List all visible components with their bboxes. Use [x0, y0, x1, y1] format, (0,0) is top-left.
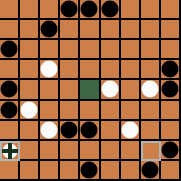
cell-r3-c2[interactable]	[40, 60, 60, 80]
black-stone	[41, 21, 58, 38]
cell-r2-c3[interactable]	[60, 40, 80, 60]
cell-r2-c5[interactable]	[101, 40, 121, 60]
black-stone	[161, 61, 178, 78]
white-stone	[41, 61, 58, 78]
cell-r6-c5[interactable]	[101, 121, 121, 141]
cell-r0-c7[interactable]	[141, 0, 161, 20]
cell-r5-c0[interactable]	[0, 101, 20, 121]
white-stone	[101, 81, 118, 98]
cell-r4-c1[interactable]	[20, 80, 40, 100]
cell-r1-c6[interactable]	[121, 20, 141, 40]
cell-r2-c4[interactable]	[80, 40, 100, 60]
cell-r1-c1[interactable]	[20, 20, 40, 40]
cell-r4-c7[interactable]	[141, 80, 161, 100]
cell-r2-c0[interactable]	[0, 40, 20, 60]
cell-r3-c1[interactable]	[20, 60, 40, 80]
cell-r8-c3[interactable]	[60, 161, 80, 181]
white-stone	[41, 121, 58, 138]
cell-r2-c6[interactable]	[121, 40, 141, 60]
cell-r1-c7[interactable]	[141, 20, 161, 40]
black-stone	[161, 81, 178, 98]
cell-r8-c7[interactable]	[141, 161, 161, 181]
cell-r8-c2[interactable]	[40, 161, 60, 181]
cell-r3-c0[interactable]	[0, 60, 20, 80]
white-stone	[121, 121, 138, 138]
cell-r5-c1[interactable]	[20, 101, 40, 121]
cell-r2-c2[interactable]	[40, 40, 60, 60]
black-stone	[81, 121, 98, 138]
cell-r5-c6[interactable]	[121, 101, 141, 121]
cell-r6-c4[interactable]	[80, 121, 100, 141]
cell-r7-c8[interactable]	[161, 141, 181, 161]
cell-r0-c0[interactable]	[0, 0, 20, 20]
cell-r5-c4[interactable]	[80, 101, 100, 121]
cell-r7-c0[interactable]	[0, 141, 20, 161]
cell-r2-c1[interactable]	[20, 40, 40, 60]
cell-r5-c7[interactable]	[141, 101, 161, 121]
white-stone	[141, 81, 158, 98]
highlighted-empty-cell-r7-c7[interactable]	[141, 141, 161, 161]
cell-r5-c8[interactable]	[161, 101, 181, 121]
white-stone	[21, 101, 38, 118]
cell-r0-c1[interactable]	[20, 0, 40, 20]
cell-r3-c3[interactable]	[60, 60, 80, 80]
cell-r6-c2[interactable]	[40, 121, 60, 141]
cell-r8-c5[interactable]	[101, 161, 121, 181]
cell-r4-c0[interactable]	[0, 80, 20, 100]
black-stone	[1, 81, 18, 98]
cell-r6-c7[interactable]	[141, 121, 161, 141]
black-stone	[61, 121, 78, 138]
cell-r8-c4[interactable]	[80, 161, 100, 181]
cell-r3-c4[interactable]	[80, 60, 100, 80]
cell-r8-c8[interactable]	[161, 161, 181, 181]
cross-icon	[8, 143, 12, 159]
cell-r0-c5[interactable]	[101, 0, 121, 20]
black-stone	[141, 161, 158, 178]
cell-r0-c3[interactable]	[60, 0, 80, 20]
green-cell-r4-c4[interactable]	[80, 80, 100, 100]
game-board	[0, 0, 181, 181]
cell-r4-c2[interactable]	[40, 80, 60, 100]
cell-r6-c3[interactable]	[60, 121, 80, 141]
cell-r6-c8[interactable]	[161, 121, 181, 141]
cell-r6-c1[interactable]	[20, 121, 40, 141]
cell-r6-c0[interactable]	[0, 121, 20, 141]
cell-r3-c8[interactable]	[161, 60, 181, 80]
cell-r7-c3[interactable]	[60, 141, 80, 161]
cell-r5-c3[interactable]	[60, 101, 80, 121]
cell-r2-c7[interactable]	[141, 40, 161, 60]
cell-r4-c6[interactable]	[121, 80, 141, 100]
cell-r1-c3[interactable]	[60, 20, 80, 40]
cell-r0-c2[interactable]	[40, 0, 60, 20]
cell-r0-c6[interactable]	[121, 0, 141, 20]
black-stone	[161, 141, 178, 158]
black-stone	[81, 1, 98, 18]
cell-r5-c2[interactable]	[40, 101, 60, 121]
cell-r3-c7[interactable]	[141, 60, 161, 80]
cell-r1-c0[interactable]	[0, 20, 20, 40]
cell-r4-c5[interactable]	[101, 80, 121, 100]
cell-r1-c8[interactable]	[161, 20, 181, 40]
black-stone	[1, 101, 18, 118]
cell-r1-c2[interactable]	[40, 20, 60, 40]
cell-r5-c5[interactable]	[101, 101, 121, 121]
black-stone	[101, 1, 118, 18]
cell-r4-c3[interactable]	[60, 80, 80, 100]
cell-r7-c2[interactable]	[40, 141, 60, 161]
cell-r7-c6[interactable]	[121, 141, 141, 161]
cell-r2-c8[interactable]	[161, 40, 181, 60]
black-stone	[81, 161, 98, 178]
black-stone	[61, 1, 78, 18]
cell-r0-c8[interactable]	[161, 0, 181, 20]
black-stone	[1, 41, 18, 58]
cell-r4-c8[interactable]	[161, 80, 181, 100]
cell-r8-c6[interactable]	[121, 161, 141, 181]
cell-r3-c6[interactable]	[121, 60, 141, 80]
cell-r8-c1[interactable]	[20, 161, 40, 181]
cell-r7-c5[interactable]	[101, 141, 121, 161]
cell-r7-c4[interactable]	[80, 141, 100, 161]
cell-r3-c5[interactable]	[101, 60, 121, 80]
cell-r8-c0[interactable]	[0, 161, 20, 181]
cell-r1-c4[interactable]	[80, 20, 100, 40]
cell-r7-c1[interactable]	[20, 141, 40, 161]
cell-r0-c4[interactable]	[80, 0, 100, 20]
cell-r1-c5[interactable]	[101, 20, 121, 40]
cell-r6-c6[interactable]	[121, 121, 141, 141]
